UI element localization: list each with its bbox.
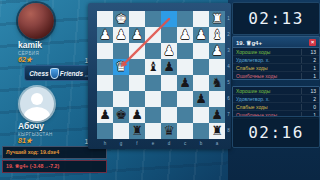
- stat-label: Хорошие ходы: [236, 49, 270, 55]
- square-b4[interactable]: [193, 59, 209, 75]
- stat-label: Слабые ходы: [236, 65, 268, 71]
- person-icon: [31, 93, 43, 105]
- square-d7[interactable]: [161, 107, 177, 123]
- stat-row: Хорошие ходы13: [233, 87, 319, 94]
- stat-row: Хорошие ходы13: [233, 48, 319, 55]
- square-f5[interactable]: [129, 75, 145, 91]
- black-rook-a8: ♜: [209, 123, 225, 139]
- square-e2[interactable]: [145, 27, 161, 43]
- logo-text-friends: Friends: [60, 70, 83, 77]
- black-pawn-h7: ♟: [97, 107, 113, 123]
- square-e1[interactable]: [145, 11, 161, 27]
- stats-rows-bottom: Хорошие ходы13Удовлетвор. х.2Слабые ходы…: [233, 87, 319, 118]
- white-pawn-g2: ♟: [113, 27, 129, 43]
- stat-row: Удовлетвор. х.2: [233, 94, 319, 102]
- rank-label-4: 4: [226, 59, 231, 75]
- square-h8[interactable]: [97, 123, 113, 139]
- square-c7[interactable]: [177, 107, 193, 123]
- square-c6[interactable]: [177, 91, 193, 107]
- square-g4[interactable]: ♛: [113, 59, 129, 75]
- black-rook-f8: ♜: [129, 123, 145, 139]
- square-a7[interactable]: ♟: [209, 107, 225, 123]
- person-icon-body: [24, 107, 50, 121]
- black-king-g7: ♚: [113, 107, 129, 123]
- square-b2[interactable]: ♟: [193, 27, 209, 43]
- square-g7[interactable]: ♚: [113, 107, 129, 123]
- stat-row: Удовлетвор. х.2: [233, 55, 319, 63]
- square-f8[interactable]: ♜: [129, 123, 145, 139]
- white-king-g1: ♚: [113, 11, 129, 27]
- square-e5[interactable]: [145, 75, 161, 91]
- square-a5[interactable]: ♞: [209, 75, 225, 91]
- square-h5[interactable]: [97, 75, 113, 91]
- file-label-f: f: [129, 139, 145, 148]
- square-a8[interactable]: ♜: [209, 123, 225, 139]
- square-d3[interactable]: ♟: [161, 43, 177, 59]
- square-b8[interactable]: [193, 123, 209, 139]
- square-c3[interactable]: [177, 43, 193, 59]
- stat-value: 13: [301, 88, 316, 94]
- move-quality-panel-bottom: Хорошие ходы13Удовлетвор. х.2Слабые ходы…: [232, 86, 320, 119]
- square-d6[interactable]: [161, 91, 177, 107]
- black-pawn-d4: ♟: [161, 59, 177, 75]
- square-h7[interactable]: ♟: [97, 107, 113, 123]
- file-label-e: e: [145, 139, 161, 148]
- square-e8[interactable]: [145, 123, 161, 139]
- stats-rows-top: Хорошие ходы13Удовлетвор. х.2Слабые ходы…: [233, 48, 319, 79]
- stat-label: Слабые ходы: [236, 104, 268, 110]
- square-f2[interactable]: ♟: [129, 27, 145, 43]
- black-bishop-e4: ♝: [145, 59, 161, 75]
- square-c5[interactable]: ♟: [177, 75, 193, 91]
- engine-analysis-box: Лучший ход: 19.dxe4 19. ♕g4+ (-3.48→-7.2…: [2, 146, 107, 173]
- rank-label-1: 1: [226, 11, 231, 27]
- square-c4[interactable]: [177, 59, 193, 75]
- white-pawn-c2: ♟: [177, 27, 193, 43]
- white-pawn-a3: ♟: [209, 43, 225, 59]
- square-g8[interactable]: [113, 123, 129, 139]
- stat-label: Удовлетвор. х.: [236, 96, 270, 102]
- clock-top-time: 02:13: [248, 9, 304, 28]
- file-label-a: a: [209, 139, 225, 148]
- square-h1[interactable]: [97, 11, 113, 27]
- stat-row: Слабые ходы0: [233, 102, 319, 110]
- shield-icon: [50, 68, 59, 79]
- square-b1[interactable]: [193, 11, 209, 27]
- square-g3[interactable]: [113, 43, 129, 59]
- square-a1[interactable]: ♜: [209, 11, 225, 27]
- black-pawn-f7: ♟: [129, 107, 145, 123]
- stat-value: 0: [301, 104, 316, 110]
- chess-board: ♚♜♟♟♟♟♟♝♟♟♛♝♟♟♞♟♟♚♟♟♜♛♜ 12345678 hgfedcb…: [88, 3, 231, 149]
- square-h2[interactable]: ♟: [97, 27, 113, 43]
- file-label-b: b: [193, 139, 209, 148]
- rank-coordinates: 12345678: [226, 11, 231, 139]
- file-coordinates: hgfedcba: [97, 139, 225, 148]
- square-a3[interactable]: ♟: [209, 43, 225, 59]
- star-rating-top: 62★: [18, 56, 32, 64]
- rank-label-8: 8: [226, 123, 231, 139]
- square-e4[interactable]: ♝: [145, 59, 161, 75]
- square-a6[interactable]: [209, 91, 225, 107]
- logo-text-chess: Chess: [29, 70, 49, 77]
- player-name-top: kamik: [18, 40, 42, 50]
- black-pawn-c5: ♟: [177, 75, 193, 91]
- square-h3[interactable]: [97, 43, 113, 59]
- stat-row: Ошибочные ходы1: [233, 71, 319, 79]
- stat-value: 1: [301, 73, 316, 79]
- last-move-label: 19. ♕g4+: [236, 39, 262, 46]
- square-h6[interactable]: [97, 91, 113, 107]
- avatar-top-player[interactable]: [18, 3, 54, 39]
- square-d5[interactable]: [161, 75, 177, 91]
- square-a4[interactable]: [209, 59, 225, 75]
- square-b5[interactable]: [193, 75, 209, 91]
- square-d2[interactable]: [161, 27, 177, 43]
- stat-row: Слабые ходы1: [233, 63, 319, 71]
- white-rook-a1: ♜: [209, 11, 225, 27]
- board-grid: ♚♜♟♟♟♟♟♝♟♟♛♝♟♟♞♟♟♚♟♟♜♛♜: [97, 11, 225, 139]
- black-queen-d8: ♛: [161, 123, 177, 139]
- square-b3[interactable]: [193, 43, 209, 59]
- move-quality-panel-top: 19. ♕g4+ × Хорошие ходы13Удовлетвор. х.2…: [232, 36, 320, 80]
- square-h4[interactable]: [97, 59, 113, 75]
- blunder-x-icon: ×: [309, 39, 316, 46]
- square-g2[interactable]: ♟: [113, 27, 129, 43]
- square-b7[interactable]: [193, 107, 209, 123]
- clock-top-player: 02:13: [232, 2, 320, 35]
- white-pawn-f2: ♟: [129, 27, 145, 43]
- file-label-d: d: [161, 139, 177, 148]
- square-g6[interactable]: [113, 91, 129, 107]
- file-label-c: c: [177, 139, 193, 148]
- file-label-h: h: [97, 139, 113, 148]
- avatar-bottom-player[interactable]: [20, 87, 54, 121]
- stat-label: Удовлетвор. х.: [236, 57, 270, 63]
- square-d4[interactable]: ♟: [161, 59, 177, 75]
- black-knight-a5: ♞: [209, 75, 225, 91]
- game-screen: kamik СЕРБИЯ 62★ 1444 Chess Friends .com…: [0, 0, 320, 180]
- square-d1[interactable]: [161, 11, 177, 27]
- square-a2[interactable]: ♝: [209, 27, 225, 43]
- last-move-header: 19. ♕g4+ ×: [233, 37, 319, 48]
- square-g1[interactable]: ♚: [113, 11, 129, 27]
- square-f1[interactable]: [129, 11, 145, 27]
- chessfriends-logo[interactable]: Chess Friends .com: [24, 65, 98, 81]
- star-rating-bottom: 81★: [18, 137, 32, 145]
- stat-value: 13: [301, 49, 316, 55]
- square-g5[interactable]: [113, 75, 129, 91]
- rank-label-6: 6: [226, 91, 231, 107]
- stat-value: 2: [301, 96, 316, 102]
- square-d8[interactable]: ♛: [161, 123, 177, 139]
- square-f6[interactable]: [129, 91, 145, 107]
- stat-value: 2: [301, 57, 316, 63]
- square-c8[interactable]: [177, 123, 193, 139]
- rank-label-2: 2: [226, 27, 231, 43]
- rank-label-5: 5: [226, 75, 231, 91]
- player-name-bottom: Абочу: [18, 121, 44, 131]
- white-queen-g4: ♛: [113, 59, 129, 75]
- stat-label: Ошибочные ходы: [236, 73, 277, 79]
- rank-label-3: 3: [226, 43, 231, 59]
- square-c2[interactable]: ♟: [177, 27, 193, 43]
- white-bishop-a2: ♝: [209, 27, 225, 43]
- rank-label-7: 7: [226, 107, 231, 123]
- white-pawn-h2: ♟: [97, 27, 113, 43]
- clock-bottom-player: 02:16: [232, 116, 320, 148]
- square-f4[interactable]: [129, 59, 145, 75]
- file-label-g: g: [113, 139, 129, 148]
- stat-value: 1: [301, 65, 316, 71]
- black-pawn-b6: ♟: [193, 91, 209, 107]
- square-e7[interactable]: [145, 107, 161, 123]
- played-move-eval-line: 19. ♕g4+ (-3.48→-7.2): [2, 160, 107, 173]
- square-e6[interactable]: [145, 91, 161, 107]
- clock-bottom-time: 02:16: [248, 123, 304, 142]
- square-e3[interactable]: [145, 43, 161, 59]
- black-pawn-a7: ♟: [209, 107, 225, 123]
- stat-label: Хорошие ходы: [236, 88, 270, 94]
- white-pawn-b2: ♟: [193, 27, 209, 43]
- square-f3[interactable]: [129, 43, 145, 59]
- white-pawn-d3: ♟: [161, 43, 177, 59]
- square-b6[interactable]: ♟: [193, 91, 209, 107]
- square-f7[interactable]: ♟: [129, 107, 145, 123]
- square-c1[interactable]: [177, 11, 193, 27]
